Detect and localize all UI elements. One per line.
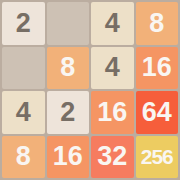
tile-32: 32: [91, 136, 134, 179]
tile-64: 64: [136, 91, 179, 134]
tile-4: 4: [91, 47, 134, 90]
tile-8: 8: [136, 2, 179, 45]
tile-16: 16: [136, 47, 179, 90]
tile-16: 16: [91, 91, 134, 134]
tile-4: 4: [2, 91, 45, 134]
empty-cell: [2, 47, 45, 90]
empty-cell: [47, 2, 90, 45]
tile-4: 4: [91, 2, 134, 45]
tile-8: 8: [47, 47, 90, 90]
tile-8: 8: [2, 136, 45, 179]
tile-256: 256: [136, 136, 179, 179]
tile-16: 16: [47, 136, 90, 179]
tile-2: 2: [47, 91, 90, 134]
tile-2: 2: [2, 2, 45, 45]
board-2048[interactable]: 248841642166481632256: [0, 0, 180, 180]
